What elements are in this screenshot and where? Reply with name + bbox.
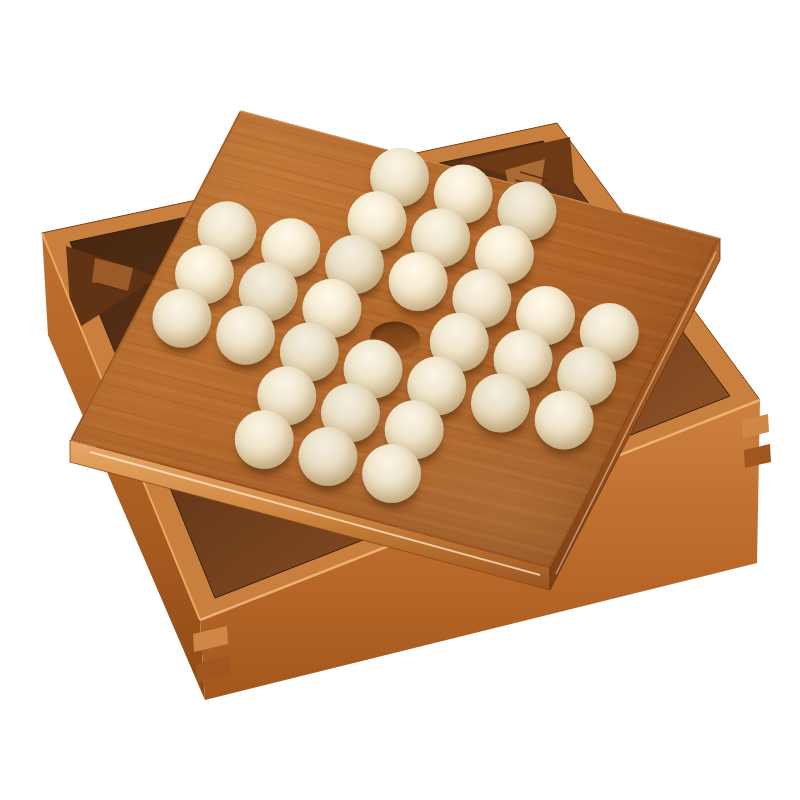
- wooden-ball: [235, 410, 294, 469]
- wooden-ball: [152, 289, 211, 348]
- wooden-ball: [471, 374, 530, 433]
- wooden-ball: [216, 306, 275, 365]
- wooden-ball: [389, 252, 448, 311]
- wooden-ball: [535, 390, 594, 449]
- peg-solitaire-scene: [0, 0, 800, 800]
- wooden-ball: [298, 427, 357, 486]
- wooden-ball: [362, 444, 421, 503]
